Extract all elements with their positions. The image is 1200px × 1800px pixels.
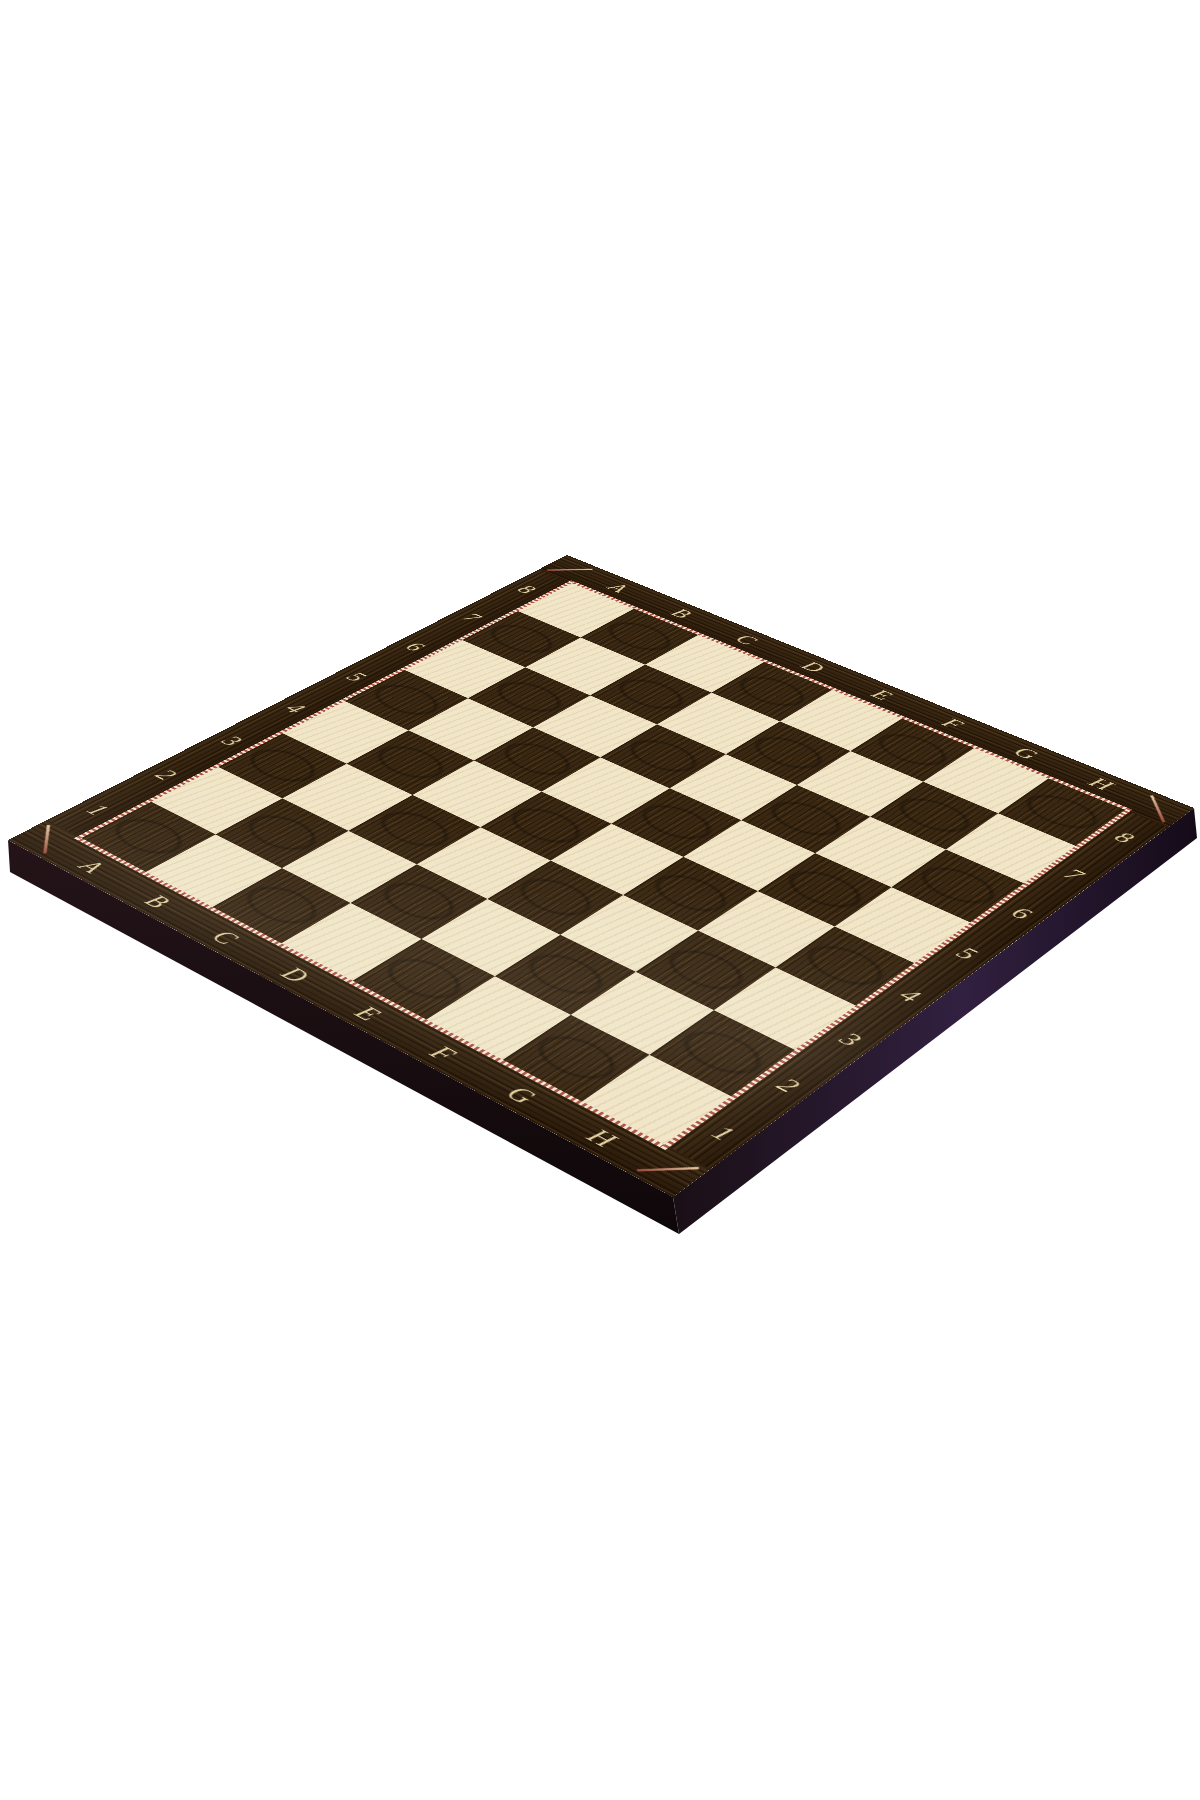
scene: ABCDEFGHABCDEFGH8765432187654321	[0, 0, 1200, 1800]
